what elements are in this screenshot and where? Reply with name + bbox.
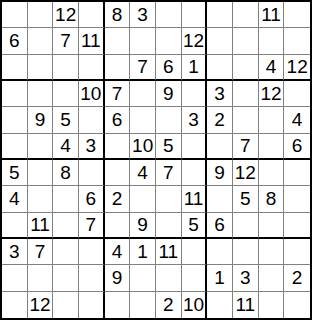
cell-r10c11[interactable] — [259, 239, 285, 265]
cell-r12c4[interactable] — [79, 292, 105, 318]
cell-r4c3[interactable] — [53, 81, 79, 107]
cell-r3c3[interactable] — [53, 55, 79, 81]
cell-r8c8[interactable]: 11 — [182, 186, 208, 212]
cell-r7c5[interactable] — [105, 160, 131, 186]
cell-r9c1[interactable] — [2, 213, 28, 239]
cell-r1c7[interactable] — [156, 2, 182, 28]
cell-r10c4[interactable] — [79, 239, 105, 265]
cell-r4c8[interactable] — [182, 81, 208, 107]
cell-r4c4[interactable]: 10 — [79, 81, 105, 107]
cell-r9c4[interactable]: 7 — [79, 213, 105, 239]
cell-r9c6[interactable]: 9 — [130, 213, 156, 239]
cell-r8c10[interactable]: 5 — [233, 186, 259, 212]
cell-r2c6[interactable] — [130, 28, 156, 54]
cell-r11c2[interactable] — [28, 265, 54, 291]
cell-r2c8[interactable]: 12 — [182, 28, 208, 54]
cell-r3c1[interactable] — [2, 55, 28, 81]
cell-r7c10[interactable]: 12 — [233, 160, 259, 186]
cell-r12c5[interactable] — [105, 292, 131, 318]
cell-r11c9[interactable]: 1 — [207, 265, 233, 291]
cell-r11c7[interactable] — [156, 265, 182, 291]
cell-r12c12[interactable] — [284, 292, 310, 318]
cell-r9c3[interactable] — [53, 213, 79, 239]
cell-r8c5[interactable]: 2 — [105, 186, 131, 212]
cell-r2c1[interactable]: 6 — [2, 28, 28, 54]
cell-r9c9[interactable]: 6 — [207, 213, 233, 239]
cell-r8c7[interactable] — [156, 186, 182, 212]
cell-r1c4[interactable] — [79, 2, 105, 28]
cell-r10c6[interactable]: 1 — [130, 239, 156, 265]
cell-r4c11[interactable]: 12 — [259, 81, 285, 107]
cell-r8c4[interactable]: 6 — [79, 186, 105, 212]
cell-r10c2[interactable]: 7 — [28, 239, 54, 265]
cell-r8c2[interactable] — [28, 186, 54, 212]
cell-r1c11[interactable]: 11 — [259, 2, 285, 28]
cell-r7c2[interactable] — [28, 160, 54, 186]
cell-r11c6[interactable] — [130, 265, 156, 291]
cell-r1c8[interactable] — [182, 2, 208, 28]
cell-r3c11[interactable]: 4 — [259, 55, 285, 81]
cell-r10c1[interactable]: 3 — [2, 239, 28, 265]
cell-r12c1[interactable] — [2, 292, 28, 318]
cell-r8c11[interactable]: 8 — [259, 186, 285, 212]
cell-r12c8[interactable]: 10 — [182, 292, 208, 318]
cell-r12c11[interactable] — [259, 292, 285, 318]
cell-r5c8[interactable]: 3 — [182, 107, 208, 133]
cell-r1c5[interactable]: 8 — [105, 2, 131, 28]
cell-r4c2[interactable] — [28, 81, 54, 107]
cell-r8c12[interactable] — [284, 186, 310, 212]
cell-r11c5[interactable]: 9 — [105, 265, 131, 291]
cell-r2c4[interactable]: 11 — [79, 28, 105, 54]
cell-r6c1[interactable] — [2, 134, 28, 160]
cell-r9c11[interactable] — [259, 213, 285, 239]
cell-r10c5[interactable]: 4 — [105, 239, 131, 265]
cell-r7c11[interactable] — [259, 160, 285, 186]
cell-r4c5[interactable]: 7 — [105, 81, 131, 107]
cell-r6c3[interactable]: 4 — [53, 134, 79, 160]
cell-r12c7[interactable]: 2 — [156, 292, 182, 318]
cell-r7c8[interactable] — [182, 160, 208, 186]
cell-r5c3[interactable]: 5 — [53, 107, 79, 133]
cell-r7c3[interactable]: 8 — [53, 160, 79, 186]
cell-r11c4[interactable] — [79, 265, 105, 291]
sudoku-board: 1283116711127614121079312956324431057658… — [0, 0, 312, 320]
cell-r9c7[interactable] — [156, 213, 182, 239]
cell-r7c9[interactable]: 9 — [207, 160, 233, 186]
cell-r5c5[interactable]: 6 — [105, 107, 131, 133]
cell-r1c1[interactable] — [2, 2, 28, 28]
cell-r4c6[interactable] — [130, 81, 156, 107]
cell-r6c10[interactable]: 7 — [233, 134, 259, 160]
cell-r8c6[interactable] — [130, 186, 156, 212]
cell-r5c1[interactable] — [2, 107, 28, 133]
cell-r8c3[interactable] — [53, 186, 79, 212]
cell-r12c2[interactable]: 12 — [28, 292, 54, 318]
cell-r7c12[interactable] — [284, 160, 310, 186]
cell-r4c9[interactable]: 3 — [207, 81, 233, 107]
cell-r1c6[interactable]: 3 — [130, 2, 156, 28]
cell-r6c11[interactable] — [259, 134, 285, 160]
cell-r10c10[interactable] — [233, 239, 259, 265]
cell-r9c12[interactable] — [284, 213, 310, 239]
cell-r5c6[interactable] — [130, 107, 156, 133]
cell-r2c7[interactable] — [156, 28, 182, 54]
cell-r11c8[interactable] — [182, 265, 208, 291]
cell-r2c9[interactable] — [207, 28, 233, 54]
cell-r11c1[interactable] — [2, 265, 28, 291]
cell-r10c9[interactable] — [207, 239, 233, 265]
cell-r5c12[interactable]: 4 — [284, 107, 310, 133]
cell-r5c11[interactable] — [259, 107, 285, 133]
cell-r2c11[interactable] — [259, 28, 285, 54]
cell-r6c9[interactable] — [207, 134, 233, 160]
cell-r6c8[interactable] — [182, 134, 208, 160]
cell-r11c12[interactable]: 2 — [284, 265, 310, 291]
cell-r12c10[interactable]: 11 — [233, 292, 259, 318]
cell-r3c10[interactable] — [233, 55, 259, 81]
cell-r5c7[interactable] — [156, 107, 182, 133]
cell-r3c9[interactable] — [207, 55, 233, 81]
cell-r2c5[interactable] — [105, 28, 131, 54]
cell-r4c1[interactable] — [2, 81, 28, 107]
cell-r11c3[interactable] — [53, 265, 79, 291]
cell-r3c5[interactable] — [105, 55, 131, 81]
cell-r4c10[interactable] — [233, 81, 259, 107]
cell-r9c2[interactable]: 11 — [28, 213, 54, 239]
cell-r1c3[interactable]: 12 — [53, 2, 79, 28]
cell-r6c6[interactable]: 10 — [130, 134, 156, 160]
cell-r5c10[interactable] — [233, 107, 259, 133]
cell-r2c3[interactable]: 7 — [53, 28, 79, 54]
cell-r6c7[interactable]: 5 — [156, 134, 182, 160]
cell-r10c7[interactable]: 11 — [156, 239, 182, 265]
cell-r4c7[interactable]: 9 — [156, 81, 182, 107]
cell-r7c7[interactable]: 7 — [156, 160, 182, 186]
cell-r5c2[interactable]: 9 — [28, 107, 54, 133]
cell-r11c11[interactable] — [259, 265, 285, 291]
cell-r1c12[interactable] — [284, 2, 310, 28]
cell-r11c10[interactable]: 3 — [233, 265, 259, 291]
cell-r12c3[interactable] — [53, 292, 79, 318]
cell-r4c12[interactable] — [284, 81, 310, 107]
cell-r7c4[interactable] — [79, 160, 105, 186]
cell-r7c1[interactable]: 5 — [2, 160, 28, 186]
cell-r9c5[interactable] — [105, 213, 131, 239]
cell-r6c5[interactable] — [105, 134, 131, 160]
cell-r10c12[interactable] — [284, 239, 310, 265]
cell-r3c2[interactable] — [28, 55, 54, 81]
cell-r9c8[interactable]: 5 — [182, 213, 208, 239]
cell-r1c2[interactable] — [28, 2, 54, 28]
cell-r1c10[interactable] — [233, 2, 259, 28]
cell-r10c8[interactable] — [182, 239, 208, 265]
cell-r6c4[interactable]: 3 — [79, 134, 105, 160]
cell-r6c2[interactable] — [28, 134, 54, 160]
cell-r3c12[interactable]: 12 — [284, 55, 310, 81]
cell-r12c9[interactable] — [207, 292, 233, 318]
cell-r6c12[interactable]: 6 — [284, 134, 310, 160]
cell-r8c1[interactable]: 4 — [2, 186, 28, 212]
cell-r3c7[interactable]: 6 — [156, 55, 182, 81]
cell-r8c9[interactable] — [207, 186, 233, 212]
cell-r3c8[interactable]: 1 — [182, 55, 208, 81]
cell-r3c6[interactable]: 7 — [130, 55, 156, 81]
cell-r5c9[interactable]: 2 — [207, 107, 233, 133]
cell-r3c4[interactable] — [79, 55, 105, 81]
cell-r7c6[interactable]: 4 — [130, 160, 156, 186]
cell-r5c4[interactable] — [79, 107, 105, 133]
cell-r10c3[interactable] — [53, 239, 79, 265]
cell-r2c10[interactable] — [233, 28, 259, 54]
cell-r2c2[interactable] — [28, 28, 54, 54]
cell-r9c10[interactable] — [233, 213, 259, 239]
cell-r1c9[interactable] — [207, 2, 233, 28]
cell-r2c12[interactable] — [284, 28, 310, 54]
cell-r12c6[interactable] — [130, 292, 156, 318]
